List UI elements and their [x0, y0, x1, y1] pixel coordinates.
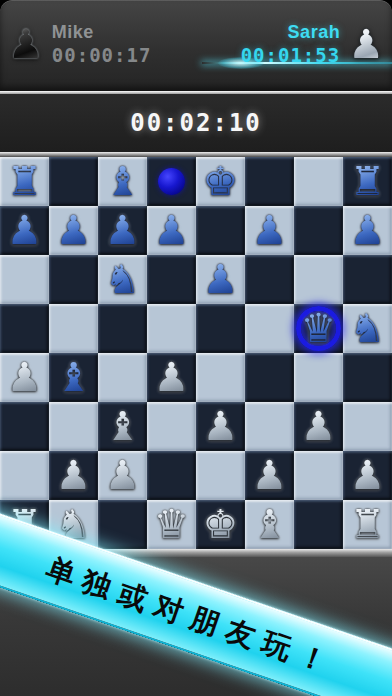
square-d1[interactable]: ♛ [147, 500, 196, 549]
square-b4[interactable]: ♝ [49, 353, 98, 402]
white-king-e1: ♚ [196, 500, 245, 549]
left-player-clock: 00:00:17 [52, 44, 152, 66]
chess-board: ♜♝♚♜♟♟♟♟♟♟♞♟♛♞♟♝♟♝♟♟♟♟♟♟♜♞♛♚♝♜ [0, 157, 392, 549]
square-e5[interactable] [196, 304, 245, 353]
square-e4[interactable] [196, 353, 245, 402]
square-h7[interactable]: ♟ [343, 206, 392, 255]
right-player: ♟ Sarah 00:01:53 [241, 22, 384, 66]
blue-bishop-c8: ♝ [98, 157, 147, 206]
square-c1[interactable] [98, 500, 147, 549]
square-b2[interactable]: ♟ [49, 451, 98, 500]
square-a5[interactable] [0, 304, 49, 353]
square-g6[interactable] [294, 255, 343, 304]
blue-rook-a8: ♜ [0, 157, 49, 206]
square-e3[interactable]: ♟ [196, 402, 245, 451]
player-bar: ♟ Mike 00:00:17 ♟ Sarah 00:01:53 [0, 0, 392, 91]
square-d3[interactable] [147, 402, 196, 451]
square-f2[interactable]: ♟ [245, 451, 294, 500]
square-e8[interactable]: ♚ [196, 157, 245, 206]
square-b3[interactable] [49, 402, 98, 451]
square-a8[interactable]: ♜ [0, 157, 49, 206]
white-queen-d1: ♛ [147, 500, 196, 549]
square-d2[interactable] [147, 451, 196, 500]
square-g1[interactable] [294, 500, 343, 549]
blue-bishop-b4: ♝ [49, 353, 98, 402]
square-e2[interactable] [196, 451, 245, 500]
blue-pawn-d7: ♟ [147, 206, 196, 255]
square-a3[interactable] [0, 402, 49, 451]
square-h5[interactable]: ♞ [343, 304, 392, 353]
square-a2[interactable] [0, 451, 49, 500]
square-h3[interactable] [343, 402, 392, 451]
square-h1[interactable]: ♜ [343, 500, 392, 549]
white-pawn-d4: ♟ [147, 353, 196, 402]
square-a6[interactable] [0, 255, 49, 304]
white-pawn-c2: ♟ [98, 451, 147, 500]
square-g3[interactable]: ♟ [294, 402, 343, 451]
white-pawn-g3: ♟ [294, 402, 343, 451]
white-bishop-c3: ♝ [98, 402, 147, 451]
white-pawn-icon: ♟ [348, 22, 384, 66]
main-timer: 00:02:10 [130, 109, 262, 137]
white-pawn-b2: ♟ [49, 451, 98, 500]
square-h8[interactable]: ♜ [343, 157, 392, 206]
move-target-dot [158, 168, 185, 195]
square-d8[interactable] [147, 157, 196, 206]
square-g7[interactable] [294, 206, 343, 255]
black-pawn-icon: ♟ [8, 22, 44, 66]
white-bishop-f1: ♝ [245, 500, 294, 549]
square-f6[interactable] [245, 255, 294, 304]
timer-bar: 00:02:10 [0, 94, 392, 152]
square-g5[interactable]: ♛ [294, 304, 343, 353]
square-f1[interactable]: ♝ [245, 500, 294, 549]
white-rook-h1: ♜ [343, 500, 392, 549]
blue-pawn-f7: ♟ [245, 206, 294, 255]
square-c5[interactable] [98, 304, 147, 353]
left-player-name: Mike [52, 22, 152, 43]
square-c4[interactable] [98, 353, 147, 402]
square-b6[interactable] [49, 255, 98, 304]
right-player-name: Sarah [241, 22, 341, 43]
right-player-clock: 00:01:53 [241, 44, 341, 66]
square-f5[interactable] [245, 304, 294, 353]
blue-pawn-a7: ♟ [0, 206, 49, 255]
square-g4[interactable] [294, 353, 343, 402]
square-e7[interactable] [196, 206, 245, 255]
square-d4[interactable]: ♟ [147, 353, 196, 402]
square-h6[interactable] [343, 255, 392, 304]
square-h2[interactable]: ♟ [343, 451, 392, 500]
square-g2[interactable] [294, 451, 343, 500]
white-pawn-e3: ♟ [196, 402, 245, 451]
square-d6[interactable] [147, 255, 196, 304]
square-a4[interactable]: ♟ [0, 353, 49, 402]
square-d5[interactable] [147, 304, 196, 353]
square-c7[interactable]: ♟ [98, 206, 147, 255]
square-b5[interactable] [49, 304, 98, 353]
square-c8[interactable]: ♝ [98, 157, 147, 206]
square-b8[interactable] [49, 157, 98, 206]
white-pawn-f2: ♟ [245, 451, 294, 500]
blue-pawn-h7: ♟ [343, 206, 392, 255]
square-a7[interactable]: ♟ [0, 206, 49, 255]
square-e1[interactable]: ♚ [196, 500, 245, 549]
square-g8[interactable] [294, 157, 343, 206]
square-c3[interactable]: ♝ [98, 402, 147, 451]
chess-app-screen: ♟ Mike 00:00:17 ♟ Sarah 00:01:53 00:02:1… [0, 0, 392, 696]
square-f4[interactable] [245, 353, 294, 402]
square-c2[interactable]: ♟ [98, 451, 147, 500]
square-f3[interactable] [245, 402, 294, 451]
square-c6[interactable]: ♞ [98, 255, 147, 304]
white-pawn-a4: ♟ [0, 353, 49, 402]
white-pawn-h2: ♟ [343, 451, 392, 500]
square-d7[interactable]: ♟ [147, 206, 196, 255]
square-f8[interactable] [245, 157, 294, 206]
blue-king-e8: ♚ [196, 157, 245, 206]
blue-pawn-b7: ♟ [49, 206, 98, 255]
blue-rook-h8: ♜ [343, 157, 392, 206]
blue-queen-g5: ♛ [294, 304, 343, 353]
square-f7[interactable]: ♟ [245, 206, 294, 255]
square-e6[interactable]: ♟ [196, 255, 245, 304]
blue-knight-h5: ♞ [343, 304, 392, 353]
blue-pawn-e6: ♟ [196, 255, 245, 304]
left-player: ♟ Mike 00:00:17 [8, 22, 151, 66]
blue-knight-c6: ♞ [98, 255, 147, 304]
square-h4[interactable] [343, 353, 392, 402]
blue-pawn-c7: ♟ [98, 206, 147, 255]
square-b7[interactable]: ♟ [49, 206, 98, 255]
